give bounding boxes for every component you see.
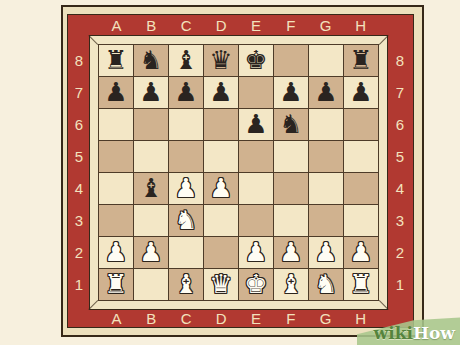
rank-label-8: 8 <box>75 45 83 77</box>
board-squares: ♜♞♝♛♚♜♟♟♟♟♟♟♟♟♞♝♟♟♞♟♟♟♟♟♟♜♝♛♚♝♞♜ <box>98 44 379 301</box>
square-c1: ♝ <box>169 269 203 300</box>
square-e4 <box>239 173 273 204</box>
piece-black-pawn: ♟ <box>279 79 302 105</box>
file-label-g: G <box>308 311 343 326</box>
square-e1: ♚ <box>239 269 273 300</box>
piece-black-pawn: ♟ <box>314 79 337 105</box>
rank-label-2: 2 <box>396 236 404 268</box>
square-e7 <box>239 77 273 108</box>
chess-board: ♜♞♝♛♚♜♟♟♟♟♟♟♟♟♞♝♟♟♞♟♟♟♟♟♟♜♝♛♚♝♞♜ <box>90 36 387 309</box>
square-a6 <box>99 109 133 140</box>
piece-black-pawn: ♟ <box>244 111 267 137</box>
rank-label-8: 8 <box>396 45 404 77</box>
file-label-f: F <box>273 18 308 33</box>
file-label-b: B <box>134 18 169 33</box>
square-e6: ♟ <box>239 109 273 140</box>
square-c2 <box>169 237 203 268</box>
square-a1: ♜ <box>99 269 133 300</box>
square-f3 <box>274 205 308 236</box>
square-b8: ♞ <box>134 45 168 76</box>
square-f6: ♞ <box>274 109 308 140</box>
file-label-c: C <box>169 311 204 326</box>
square-d7: ♟ <box>204 77 238 108</box>
square-h7: ♟ <box>344 77 378 108</box>
piece-black-queen: ♛ <box>209 47 232 73</box>
square-e8: ♚ <box>239 45 273 76</box>
piece-white-pawn: ♟ <box>349 239 372 265</box>
piece-white-knight: ♞ <box>314 271 337 297</box>
square-g1: ♞ <box>309 269 343 300</box>
square-b3 <box>134 205 168 236</box>
rank-label-7: 7 <box>75 77 83 109</box>
square-a7: ♟ <box>99 77 133 108</box>
file-labels-bottom: ABCDEFGH <box>90 309 387 327</box>
square-d2 <box>204 237 238 268</box>
file-label-c: C <box>169 18 204 33</box>
square-f7: ♟ <box>274 77 308 108</box>
piece-black-pawn: ♟ <box>209 79 232 105</box>
file-label-d: D <box>204 18 239 33</box>
chess-board-frame: ABCDEFGH 87654321 ♜♞♝♛♚♜♟♟♟♟♟♟♟♟♞♝♟♟♞♟♟♟… <box>67 14 414 328</box>
square-g4 <box>309 173 343 204</box>
square-c4: ♟ <box>169 173 203 204</box>
square-g6 <box>309 109 343 140</box>
piece-white-knight: ♞ <box>174 207 197 233</box>
square-f4 <box>274 173 308 204</box>
square-e3 <box>239 205 273 236</box>
rank-label-4: 4 <box>396 173 404 205</box>
square-d4: ♟ <box>204 173 238 204</box>
frame-corner-top-right <box>387 15 413 36</box>
square-g5 <box>309 141 343 172</box>
file-label-d: D <box>204 311 239 326</box>
square-b6 <box>134 109 168 140</box>
file-label-h: H <box>343 18 378 33</box>
square-a3 <box>99 205 133 236</box>
rank-label-7: 7 <box>396 77 404 109</box>
square-h3 <box>344 205 378 236</box>
rank-label-3: 3 <box>75 204 83 236</box>
file-label-g: G <box>308 18 343 33</box>
square-c7: ♟ <box>169 77 203 108</box>
square-e2: ♟ <box>239 237 273 268</box>
piece-black-bishop: ♝ <box>174 47 197 73</box>
square-f1: ♝ <box>274 269 308 300</box>
piece-white-bishop: ♝ <box>174 271 197 297</box>
square-b5 <box>134 141 168 172</box>
rank-label-2: 2 <box>75 236 83 268</box>
piece-white-rook: ♜ <box>349 271 372 297</box>
piece-black-pawn: ♟ <box>139 79 162 105</box>
piece-black-bishop: ♝ <box>139 175 162 201</box>
piece-white-pawn: ♟ <box>174 175 197 201</box>
square-b2: ♟ <box>134 237 168 268</box>
rank-label-3: 3 <box>396 204 404 236</box>
square-a2: ♟ <box>99 237 133 268</box>
file-label-a: A <box>99 18 134 33</box>
square-b1 <box>134 269 168 300</box>
rank-labels-right: 87654321 <box>387 36 413 309</box>
piece-black-knight: ♞ <box>139 47 162 73</box>
square-d3 <box>204 205 238 236</box>
square-g3 <box>309 205 343 236</box>
rank-label-6: 6 <box>396 109 404 141</box>
rank-label-4: 4 <box>75 173 83 205</box>
square-h6 <box>344 109 378 140</box>
square-c6 <box>169 109 203 140</box>
page: ABCDEFGH 87654321 ♜♞♝♛♚♜♟♟♟♟♟♟♟♟♞♝♟♟♞♟♟♟… <box>0 0 460 345</box>
square-g2: ♟ <box>309 237 343 268</box>
square-h1: ♜ <box>344 269 378 300</box>
piece-black-pawn: ♟ <box>104 79 127 105</box>
file-label-h: H <box>343 311 378 326</box>
square-e5 <box>239 141 273 172</box>
square-c3: ♞ <box>169 205 203 236</box>
square-h8: ♜ <box>344 45 378 76</box>
piece-black-king: ♚ <box>244 47 267 73</box>
wikihow-watermark-how: How <box>413 325 455 342</box>
piece-white-bishop: ♝ <box>279 271 302 297</box>
bevel-miter-bottom-left <box>88 300 98 310</box>
square-h4 <box>344 173 378 204</box>
piece-white-pawn: ♟ <box>139 239 162 265</box>
square-a4 <box>99 173 133 204</box>
rank-label-1: 1 <box>396 268 404 300</box>
rank-label-6: 6 <box>75 109 83 141</box>
file-label-b: B <box>134 311 169 326</box>
square-d6 <box>204 109 238 140</box>
square-d5 <box>204 141 238 172</box>
chess-board-3d-edge: ABCDEFGH 87654321 ♜♞♝♛♚♜♟♟♟♟♟♟♟♟♞♝♟♟♞♟♟♟… <box>61 5 424 337</box>
piece-white-pawn: ♟ <box>314 239 337 265</box>
rank-label-1: 1 <box>75 268 83 300</box>
file-label-e: E <box>239 18 274 33</box>
square-c8: ♝ <box>169 45 203 76</box>
square-c5 <box>169 141 203 172</box>
piece-black-pawn: ♟ <box>174 79 197 105</box>
square-h2: ♟ <box>344 237 378 268</box>
square-h5 <box>344 141 378 172</box>
piece-black-rook: ♜ <box>104 47 127 73</box>
square-b4: ♝ <box>134 173 168 204</box>
file-labels-top: ABCDEFGH <box>90 15 387 36</box>
square-d8: ♛ <box>204 45 238 76</box>
piece-white-pawn: ♟ <box>244 239 267 265</box>
square-a5 <box>99 141 133 172</box>
rank-label-5: 5 <box>396 141 404 173</box>
piece-white-pawn: ♟ <box>104 239 127 265</box>
square-f5 <box>274 141 308 172</box>
rank-label-5: 5 <box>75 141 83 173</box>
file-label-a: A <box>99 311 134 326</box>
square-a8: ♜ <box>99 45 133 76</box>
frame-corner-top-left <box>68 15 90 36</box>
square-d1: ♛ <box>204 269 238 300</box>
rank-labels-left: 87654321 <box>68 36 90 309</box>
piece-black-rook: ♜ <box>349 47 372 73</box>
piece-white-pawn: ♟ <box>279 239 302 265</box>
square-f8 <box>274 45 308 76</box>
piece-white-pawn: ♟ <box>209 175 232 201</box>
piece-white-king: ♚ <box>244 271 267 297</box>
square-g8 <box>309 45 343 76</box>
file-label-f: F <box>273 311 308 326</box>
file-label-e: E <box>239 311 274 326</box>
square-b7: ♟ <box>134 77 168 108</box>
piece-white-rook: ♜ <box>104 271 127 297</box>
bevel-miter-top-left <box>88 35 98 45</box>
piece-white-queen: ♛ <box>209 271 232 297</box>
square-f2: ♟ <box>274 237 308 268</box>
piece-black-pawn: ♟ <box>349 79 372 105</box>
piece-black-knight: ♞ <box>279 111 302 137</box>
square-g7: ♟ <box>309 77 343 108</box>
frame-corner-bottom-left <box>68 309 90 327</box>
